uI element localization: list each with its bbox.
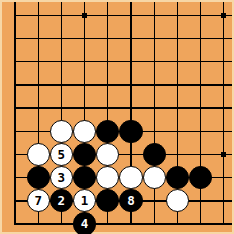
black-stone-move-4-c4r10[interactable]: 4 [73,212,96,234]
white-stone-c5r7[interactable] [96,143,119,166]
black-stone-c2r8[interactable] [27,166,50,189]
black-stone-c5r9[interactable] [96,189,119,212]
black-stone-c4r8[interactable] [73,166,96,189]
stone-layer: 5372184 [3,4,234,234]
white-stone-move-3-c3r8[interactable]: 3 [50,166,73,189]
go-board[interactable]: 5372184 [0,0,234,234]
black-stone-c9r8[interactable] [189,166,212,189]
black-stone-c4r7[interactable] [73,143,96,166]
white-stone-move-5-c3r7[interactable]: 5 [50,143,73,166]
white-stone-move-7-c2r9[interactable]: 7 [27,189,50,212]
white-stone-c3r6[interactable] [50,120,73,143]
black-stone-c5r6[interactable] [96,120,119,143]
black-stone-move-2-c3r9[interactable]: 2 [50,189,73,212]
black-stone-c7r7[interactable] [143,143,166,166]
white-stone-c2r7[interactable] [27,143,50,166]
white-stone-c8r9[interactable] [166,189,189,212]
white-stone-c7r8[interactable] [143,166,166,189]
black-stone-c8r8[interactable] [166,166,189,189]
white-stone-c5r8[interactable] [96,166,119,189]
white-stone-c4r6[interactable] [73,120,96,143]
white-stone-c6r8[interactable] [119,166,142,189]
white-stone-move-1-c4r9[interactable]: 1 [73,189,96,212]
black-stone-c6r6[interactable] [119,120,142,143]
black-stone-move-8-c6r9[interactable]: 8 [119,189,142,212]
